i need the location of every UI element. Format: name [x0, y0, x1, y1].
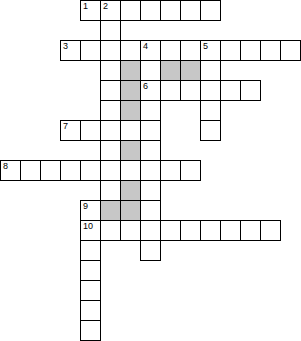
crossword-cell[interactable]	[240, 40, 261, 61]
crossword-cell[interactable]	[220, 220, 241, 241]
crossword-cell[interactable]	[100, 60, 121, 81]
crossword-cell[interactable]	[100, 220, 121, 241]
crossword-cell[interactable]	[140, 60, 161, 81]
clue-number: 8	[3, 161, 8, 171]
crossword-cell[interactable]: 6	[140, 80, 161, 101]
crossword-cell[interactable]	[220, 40, 241, 61]
crossword-cell[interactable]	[200, 220, 221, 241]
crossword-cell[interactable]	[160, 0, 181, 21]
clue-number: 7	[63, 121, 68, 131]
crossword-cell-shaded[interactable]	[120, 200, 141, 221]
crossword-cell[interactable]	[140, 220, 161, 241]
clue-number: 5	[203, 41, 208, 51]
crossword-cell[interactable]	[200, 120, 221, 141]
crossword-cell[interactable]: 3	[60, 40, 81, 61]
crossword-cell-shaded[interactable]	[120, 180, 141, 201]
clue-number: 6	[143, 81, 148, 91]
crossword-cell[interactable]	[260, 220, 281, 241]
clue-number: 3	[63, 41, 68, 51]
crossword-cell-shaded[interactable]	[120, 80, 141, 101]
crossword-cell[interactable]	[120, 0, 141, 21]
crossword-cell[interactable]: 8	[0, 160, 21, 181]
crossword-cell[interactable]	[100, 120, 121, 141]
crossword-cell[interactable]: 2	[100, 0, 121, 21]
crossword-cell[interactable]	[100, 140, 121, 161]
crossword-cell[interactable]	[120, 220, 141, 241]
crossword-cell-shaded[interactable]	[120, 140, 141, 161]
crossword-cell[interactable]	[180, 40, 201, 61]
crossword-cell[interactable]	[200, 0, 221, 21]
crossword-cell[interactable]: 5	[200, 40, 221, 61]
crossword-cell-shaded[interactable]	[160, 60, 181, 81]
crossword-cell[interactable]	[140, 120, 161, 141]
crossword-cell-shaded[interactable]	[100, 200, 121, 221]
crossword-cell[interactable]	[140, 240, 161, 261]
crossword-cell[interactable]	[240, 220, 261, 241]
crossword-cell[interactable]	[120, 40, 141, 61]
crossword-cell[interactable]	[140, 180, 161, 201]
crossword-cell[interactable]	[120, 160, 141, 181]
clue-number: 1	[83, 1, 88, 11]
crossword-cell[interactable]	[80, 300, 101, 321]
crossword-cell[interactable]	[200, 100, 221, 121]
crossword-cell[interactable]: 4	[140, 40, 161, 61]
crossword-cell[interactable]	[180, 80, 201, 101]
crossword-cell[interactable]	[60, 160, 81, 181]
crossword-cell[interactable]	[80, 320, 101, 341]
crossword-cell[interactable]	[140, 100, 161, 121]
crossword-cell[interactable]	[180, 0, 201, 21]
crossword-cell[interactable]	[80, 280, 101, 301]
crossword-cell[interactable]	[260, 40, 281, 61]
crossword-cell[interactable]	[140, 140, 161, 161]
crossword-cell[interactable]	[240, 80, 261, 101]
clue-number: 2	[103, 1, 108, 11]
crossword-cell[interactable]	[100, 80, 121, 101]
crossword-cell[interactable]	[40, 160, 61, 181]
crossword-cell[interactable]	[20, 160, 41, 181]
crossword-cell[interactable]	[100, 40, 121, 61]
clue-number: 9	[83, 201, 88, 211]
crossword-cell[interactable]	[160, 160, 181, 181]
crossword-cell-shaded[interactable]	[120, 100, 141, 121]
crossword-cell[interactable]	[180, 160, 201, 181]
crossword-grid: 12345678910	[0, 0, 301, 341]
crossword-cell[interactable]: 7	[60, 120, 81, 141]
crossword-cell[interactable]	[80, 120, 101, 141]
crossword-cell[interactable]	[100, 100, 121, 121]
crossword-cell[interactable]	[120, 120, 141, 141]
crossword-cell[interactable]	[140, 200, 161, 221]
crossword-cell[interactable]	[280, 40, 301, 61]
crossword-cell[interactable]	[160, 80, 181, 101]
crossword-cell[interactable]	[80, 40, 101, 61]
crossword-cell-shaded[interactable]	[120, 60, 141, 81]
crossword-cell[interactable]	[80, 260, 101, 281]
crossword-cell[interactable]	[200, 60, 221, 81]
crossword-cell[interactable]	[220, 80, 241, 101]
crossword-cell[interactable]	[160, 220, 181, 241]
crossword-cell[interactable]	[140, 0, 161, 21]
clue-number: 4	[143, 41, 148, 51]
crossword-cell[interactable]	[100, 180, 121, 201]
crossword-cell[interactable]	[140, 160, 161, 181]
crossword-cell[interactable]	[160, 40, 181, 61]
crossword-cell-shaded[interactable]	[180, 60, 201, 81]
crossword-cell[interactable]	[180, 220, 201, 241]
crossword-cell[interactable]	[100, 20, 121, 41]
crossword-cell[interactable]: 1	[80, 0, 101, 21]
clue-number: 10	[83, 221, 93, 231]
crossword-cell[interactable]: 10	[80, 220, 101, 241]
crossword-cell[interactable]: 9	[80, 200, 101, 221]
crossword-cell[interactable]	[100, 160, 121, 181]
crossword-cell[interactable]	[200, 80, 221, 101]
crossword-cell[interactable]	[80, 240, 101, 261]
crossword-cell[interactable]	[80, 160, 101, 181]
